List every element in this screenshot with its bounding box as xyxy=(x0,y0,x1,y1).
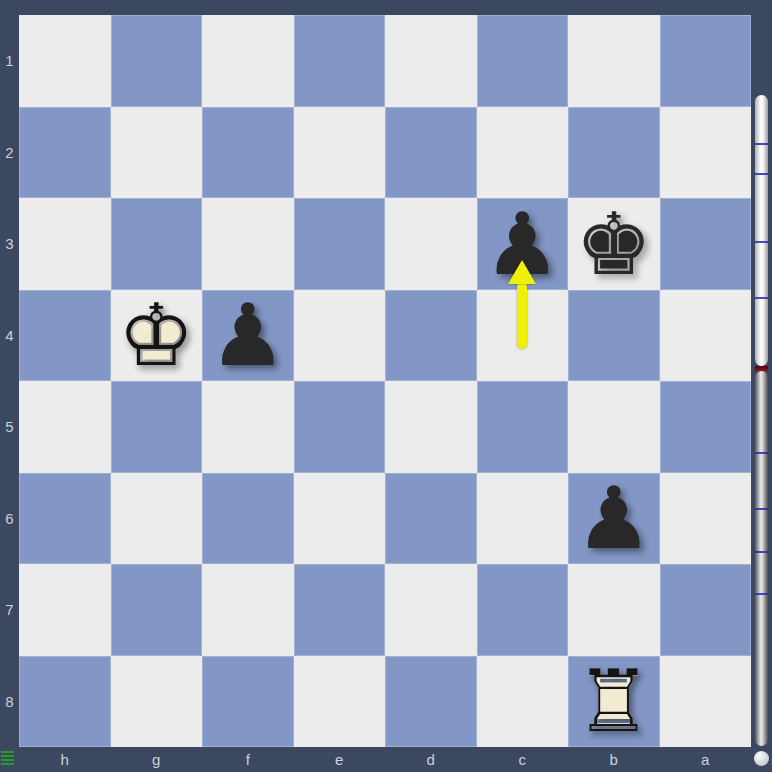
slider-tick xyxy=(755,508,768,510)
square-a3[interactable] xyxy=(660,198,752,290)
square-h7[interactable] xyxy=(19,564,111,656)
square-e3[interactable] xyxy=(294,198,386,290)
square-a8[interactable] xyxy=(660,656,752,748)
square-d5[interactable] xyxy=(385,381,477,473)
square-h6[interactable] xyxy=(19,473,111,565)
square-f7[interactable] xyxy=(202,564,294,656)
piece-black-king[interactable]: ♚ xyxy=(568,198,660,290)
square-c5[interactable] xyxy=(477,381,569,473)
square-c2[interactable] xyxy=(477,107,569,199)
square-f2[interactable] xyxy=(202,107,294,199)
square-h8[interactable] xyxy=(19,656,111,748)
square-b2[interactable] xyxy=(568,107,660,199)
square-a5[interactable] xyxy=(660,381,752,473)
slider-tick xyxy=(755,241,768,243)
square-d2[interactable] xyxy=(385,107,477,199)
square-a6[interactable] xyxy=(660,473,752,565)
square-a7[interactable] xyxy=(660,564,752,656)
square-f3[interactable] xyxy=(202,198,294,290)
slider-tick xyxy=(755,173,768,175)
square-b3[interactable]: ♚ xyxy=(568,198,660,290)
chess-board[interactable]: ♟♚♚♔♟♟♜♖ xyxy=(19,15,751,747)
file-label-d: d xyxy=(385,747,477,772)
rank-label-2: 2 xyxy=(0,107,19,199)
square-d7[interactable] xyxy=(385,564,477,656)
square-e6[interactable] xyxy=(294,473,386,565)
slider-tick xyxy=(755,452,768,454)
square-h2[interactable] xyxy=(19,107,111,199)
rank-label-8: 8 xyxy=(0,656,19,748)
chess-gui-window: ♟♚♚♔♟♟♜♖ 12345678 hgfedcba xyxy=(0,0,772,772)
square-f6[interactable] xyxy=(202,473,294,565)
slider-tick xyxy=(755,593,768,595)
square-g2[interactable] xyxy=(111,107,203,199)
square-a2[interactable] xyxy=(660,107,752,199)
square-d1[interactable] xyxy=(385,15,477,107)
square-d3[interactable] xyxy=(385,198,477,290)
piece-white-king[interactable]: ♚♔ xyxy=(111,290,203,382)
file-label-a: a xyxy=(660,747,752,772)
square-d4[interactable] xyxy=(385,290,477,382)
square-d6[interactable] xyxy=(385,473,477,565)
square-c6[interactable] xyxy=(477,473,569,565)
square-c8[interactable] xyxy=(477,656,569,748)
file-label-g: g xyxy=(111,747,203,772)
square-b7[interactable] xyxy=(568,564,660,656)
square-h5[interactable] xyxy=(19,381,111,473)
menu-grip-icon[interactable] xyxy=(1,751,14,765)
square-h4[interactable] xyxy=(19,290,111,382)
rank-label-5: 5 xyxy=(0,381,19,473)
slider-tick xyxy=(755,143,768,145)
square-g5[interactable] xyxy=(111,381,203,473)
square-h3[interactable] xyxy=(19,198,111,290)
file-label-h: h xyxy=(19,747,111,772)
square-c7[interactable] xyxy=(477,564,569,656)
rank-label-3: 3 xyxy=(0,198,19,290)
square-e1[interactable] xyxy=(294,15,386,107)
file-label-e: e xyxy=(294,747,386,772)
arrow-shaft xyxy=(517,282,527,350)
rank-label-6: 6 xyxy=(0,473,19,565)
square-f8[interactable] xyxy=(202,656,294,748)
square-g6[interactable] xyxy=(111,473,203,565)
square-f5[interactable] xyxy=(202,381,294,473)
square-b8[interactable]: ♜♖ xyxy=(568,656,660,748)
square-d8[interactable] xyxy=(385,656,477,748)
file-label-c: c xyxy=(477,747,569,772)
slider-tick xyxy=(755,297,768,299)
square-b6[interactable]: ♟ xyxy=(568,473,660,565)
square-c1[interactable] xyxy=(477,15,569,107)
square-f1[interactable] xyxy=(202,15,294,107)
square-e7[interactable] xyxy=(294,564,386,656)
eval-slider-white-segment[interactable] xyxy=(755,95,768,366)
square-e8[interactable] xyxy=(294,656,386,748)
square-f4[interactable]: ♟ xyxy=(202,290,294,382)
file-label-f: f xyxy=(202,747,294,772)
square-g3[interactable] xyxy=(111,198,203,290)
rank-label-1: 1 xyxy=(0,15,19,107)
square-b5[interactable] xyxy=(568,381,660,473)
square-b4[interactable] xyxy=(568,290,660,382)
square-a4[interactable] xyxy=(660,290,752,382)
square-e4[interactable] xyxy=(294,290,386,382)
file-label-b: b xyxy=(568,747,660,772)
piece-black-pawn[interactable]: ♟ xyxy=(202,290,294,382)
square-g1[interactable] xyxy=(111,15,203,107)
piece-white-rook[interactable]: ♜♖ xyxy=(568,656,660,748)
square-g8[interactable] xyxy=(111,656,203,748)
square-g7[interactable] xyxy=(111,564,203,656)
arrow-head xyxy=(508,260,536,284)
square-b1[interactable] xyxy=(568,15,660,107)
square-e2[interactable] xyxy=(294,107,386,199)
eval-slider-gray-segment[interactable] xyxy=(755,371,768,746)
rank-label-4: 4 xyxy=(0,290,19,382)
slider-tick xyxy=(755,551,768,553)
square-h1[interactable] xyxy=(19,15,111,107)
square-e5[interactable] xyxy=(294,381,386,473)
square-g4[interactable]: ♚♔ xyxy=(111,290,203,382)
square-a1[interactable] xyxy=(660,15,752,107)
corner-dot-icon xyxy=(754,751,769,766)
rank-label-7: 7 xyxy=(0,564,19,656)
piece-black-pawn[interactable]: ♟ xyxy=(568,473,660,565)
